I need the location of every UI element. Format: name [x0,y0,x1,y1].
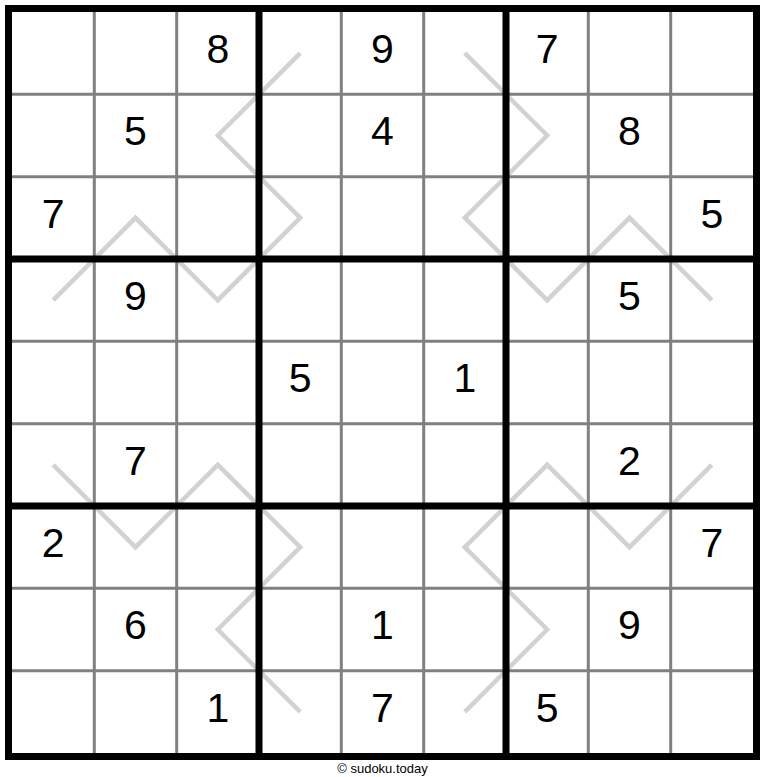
cell-r9c6[interactable] [424,671,506,753]
cell-r9c9[interactable] [671,671,753,753]
cell-r6c7[interactable] [506,424,588,506]
cell-r6c4[interactable] [259,424,341,506]
cell-r7c8[interactable] [588,506,670,588]
cell-r8c4[interactable] [259,588,341,670]
cell-r3c1[interactable]: 7 [12,177,94,259]
cell-r6c2[interactable]: 7 [94,424,176,506]
cell-r1c1[interactable] [12,12,94,94]
cell-r1c2[interactable] [94,12,176,94]
cell-r3c2[interactable] [94,177,176,259]
cell-r5c3[interactable] [177,341,259,423]
cell-r1c9[interactable] [671,12,753,94]
cell-r8c6[interactable] [424,588,506,670]
cell-r2c8[interactable]: 8 [588,94,670,176]
cell-r3c5[interactable] [341,177,423,259]
copyright-caption: © sudoku.today [5,761,760,776]
cell-r9c8[interactable] [588,671,670,753]
cell-r1c6[interactable] [424,12,506,94]
cell-r9c5[interactable]: 7 [341,671,423,753]
cell-r6c5[interactable] [341,424,423,506]
cell-r5c4[interactable]: 5 [259,341,341,423]
cell-r7c6[interactable] [424,506,506,588]
cell-r9c3[interactable]: 1 [177,671,259,753]
cell-r8c5[interactable]: 1 [341,588,423,670]
cell-r5c5[interactable] [341,341,423,423]
cell-r7c9[interactable]: 7 [671,506,753,588]
cell-r8c7[interactable] [506,588,588,670]
cell-r9c2[interactable] [94,671,176,753]
cell-r5c9[interactable] [671,341,753,423]
cell-r6c3[interactable] [177,424,259,506]
cell-r1c3[interactable]: 8 [177,12,259,94]
cell-r3c8[interactable] [588,177,670,259]
cell-r8c8[interactable]: 9 [588,588,670,670]
cell-r5c7[interactable] [506,341,588,423]
cell-r4c6[interactable] [424,259,506,341]
cell-r4c3[interactable] [177,259,259,341]
cell-r8c3[interactable] [177,588,259,670]
cell-r4c9[interactable] [671,259,753,341]
cell-r8c2[interactable]: 6 [94,588,176,670]
cell-r7c2[interactable] [94,506,176,588]
cell-r3c7[interactable] [506,177,588,259]
cell-r4c1[interactable] [12,259,94,341]
cell-r2c7[interactable] [506,94,588,176]
cell-r4c5[interactable] [341,259,423,341]
cell-r4c4[interactable] [259,259,341,341]
cell-r9c7[interactable]: 5 [506,671,588,753]
cell-r4c2[interactable]: 9 [94,259,176,341]
cell-r2c5[interactable]: 4 [341,94,423,176]
cell-r3c4[interactable] [259,177,341,259]
cell-r5c6[interactable]: 1 [424,341,506,423]
cell-r8c9[interactable] [671,588,753,670]
cell-r6c1[interactable] [12,424,94,506]
cell-r2c2[interactable]: 5 [94,94,176,176]
cell-r8c1[interactable] [12,588,94,670]
cell-r1c4[interactable] [259,12,341,94]
cell-r9c1[interactable] [12,671,94,753]
cell-r7c5[interactable] [341,506,423,588]
cell-r6c8[interactable]: 2 [588,424,670,506]
cell-r6c6[interactable] [424,424,506,506]
cell-r7c3[interactable] [177,506,259,588]
cell-r6c9[interactable] [671,424,753,506]
cell-r9c4[interactable] [259,671,341,753]
cell-r2c6[interactable] [424,94,506,176]
cell-r5c8[interactable] [588,341,670,423]
cell-r7c1[interactable]: 2 [12,506,94,588]
cell-r5c2[interactable] [94,341,176,423]
cell-r2c4[interactable] [259,94,341,176]
cell-r3c9[interactable]: 5 [671,177,753,259]
cell-r1c7[interactable]: 7 [506,12,588,94]
cell-r3c3[interactable] [177,177,259,259]
cell-r2c3[interactable] [177,94,259,176]
sudoku-board: 8975487595517227619175 [5,5,760,760]
cell-r1c5[interactable]: 9 [341,12,423,94]
sudoku-grid: 8975487595517227619175 [12,12,753,753]
cell-r3c6[interactable] [424,177,506,259]
cell-r4c8[interactable]: 5 [588,259,670,341]
cell-r2c1[interactable] [12,94,94,176]
cell-r7c4[interactable] [259,506,341,588]
cell-r7c7[interactable] [506,506,588,588]
cell-r2c9[interactable] [671,94,753,176]
cell-r1c8[interactable] [588,12,670,94]
cell-r5c1[interactable] [12,341,94,423]
cell-r4c7[interactable] [506,259,588,341]
